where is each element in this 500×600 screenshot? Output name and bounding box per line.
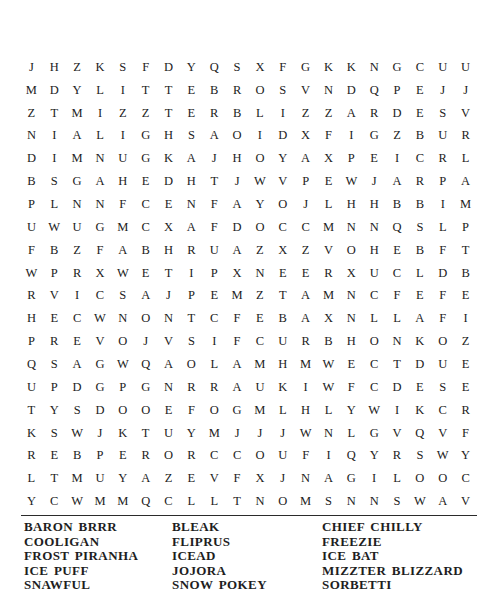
grid-cell-r1c15: K (340, 56, 363, 79)
grid-cell-r6c7: D (157, 170, 180, 193)
grid-cell-r9c1: F (20, 239, 43, 262)
grid-cell-r6c12: V (271, 170, 294, 193)
grid-cell-r8c12: C (271, 216, 294, 239)
grid-cell-r8c5: M (111, 216, 134, 239)
grid-cell-r9c11: Z (249, 239, 272, 262)
grid-cell-r20c8: L (180, 490, 203, 513)
grid-cell-r7c19: I (431, 193, 454, 216)
grid-cell-r17c14: N (317, 422, 340, 445)
grid-cell-r6c10: J (226, 170, 249, 193)
grid-cell-r9c20: T (454, 239, 477, 262)
grid-cell-r17c17: V (386, 422, 409, 445)
grid-cell-r16c17: I (386, 399, 409, 422)
grid-cell-r18c5: E (111, 444, 134, 467)
grid-cell-r2c20: J (454, 79, 477, 102)
letter-grid: JHZKSFDYQSXFGKKNGCUUMDYLITTEBROSVNDQPEJJ… (20, 56, 477, 513)
grid-cell-r13c9: I (203, 330, 226, 353)
grid-cell-r14c14: W (317, 353, 340, 376)
grid-cell-r7c15: H (340, 193, 363, 216)
grid-cell-r15c6: G (134, 376, 157, 399)
grid-cell-r14c17: T (386, 353, 409, 376)
grid-cell-r5c10: H (226, 147, 249, 170)
grid-cell-r2c14: N (317, 79, 340, 102)
grid-cell-r16c6: O (134, 399, 157, 422)
grid-cell-r1c18: C (408, 56, 431, 79)
grid-cell-r13c15: H (340, 330, 363, 353)
grid-cell-r15c5: P (111, 376, 134, 399)
grid-cell-r15c19: S (431, 376, 454, 399)
grid-cell-r8c9: F (203, 216, 226, 239)
grid-cell-r5c2: I (43, 147, 66, 170)
grid-cell-r7c6: C (134, 193, 157, 216)
grid-cell-r11c3: I (66, 285, 89, 308)
grid-cell-r9c18: B (408, 239, 431, 262)
grid-cell-r18c8: R (180, 444, 203, 467)
grid-cell-r2c11: O (249, 79, 272, 102)
grid-cell-r18c4: P (89, 444, 112, 467)
grid-cell-r4c16: G (363, 125, 386, 148)
grid-cell-r13c20: Z (454, 330, 477, 353)
grid-cell-r9c12: X (271, 239, 294, 262)
grid-cell-r11c10: M (226, 285, 249, 308)
grid-cell-r11c4: C (89, 285, 112, 308)
grid-cell-r12c16: L (363, 307, 386, 330)
grid-cell-r1c13: G (294, 56, 317, 79)
grid-cell-r8c1: U (20, 216, 43, 239)
grid-cell-r5c17: I (386, 147, 409, 170)
grid-cell-r12c14: X (317, 307, 340, 330)
word-list-column-3: CHIEF CHILLYFREEZIEICE BATMIZZTER BLIZZA… (322, 520, 463, 593)
grid-cell-r18c19: W (431, 444, 454, 467)
grid-cell-r8c3: U (66, 216, 89, 239)
grid-cell-r6c17: A (386, 170, 409, 193)
grid-cell-r15c18: E (408, 376, 431, 399)
grid-cell-r9c7: H (157, 239, 180, 262)
grid-cell-r13c17: N (386, 330, 409, 353)
grid-cell-r11c12: T (271, 285, 294, 308)
word-list-item: ICEAD (172, 549, 267, 564)
grid-cell-r12c2: E (43, 307, 66, 330)
grid-cell-r20c16: N (363, 490, 386, 513)
grid-cell-r19c3: M (66, 467, 89, 490)
grid-cell-r10c12: E (271, 262, 294, 285)
grid-cell-r5c7: K (157, 147, 180, 170)
grid-cell-r16c11: M (249, 399, 272, 422)
grid-cell-r4c13: X (294, 125, 317, 148)
grid-cell-r17c13: W (294, 422, 317, 445)
grid-cell-r3c5: Z (111, 102, 134, 125)
grid-cell-r3c15: A (340, 102, 363, 125)
grid-cell-r10c6: E (134, 262, 157, 285)
grid-cell-r3c3: M (66, 102, 89, 125)
grid-cell-r3c18: E (408, 102, 431, 125)
grid-cell-r10c18: L (408, 262, 431, 285)
grid-cell-r17c11: J (249, 422, 272, 445)
grid-cell-r3c8: E (180, 102, 203, 125)
grid-cell-r8c8: A (180, 216, 203, 239)
grid-cell-r2c2: D (43, 79, 66, 102)
grid-cell-r3c7: T (157, 102, 180, 125)
grid-cell-r1c3: Z (66, 56, 89, 79)
grid-cell-r4c10: O (226, 125, 249, 148)
grid-cell-r11c7: J (157, 285, 180, 308)
grid-cell-r2c3: Y (66, 79, 89, 102)
grid-cell-r18c15: Q (340, 444, 363, 467)
grid-cell-r9c5: A (111, 239, 134, 262)
grid-cell-r8c17: Q (386, 216, 409, 239)
grid-cell-r20c4: M (89, 490, 112, 513)
grid-cell-r18c20: Y (454, 444, 477, 467)
grid-cell-r9c10: A (226, 239, 249, 262)
grid-cell-r20c7: C (157, 490, 180, 513)
grid-cell-r14c8: O (180, 353, 203, 376)
grid-cell-r20c19: A (431, 490, 454, 513)
grid-cell-r11c11: Z (249, 285, 272, 308)
grid-cell-r18c9: C (203, 444, 226, 467)
grid-cell-r19c16: I (363, 467, 386, 490)
grid-cell-r20c11: N (249, 490, 272, 513)
grid-cell-r7c17: B (386, 193, 409, 216)
grid-cell-r16c20: R (454, 399, 477, 422)
grid-cell-r5c19: R (431, 147, 454, 170)
grid-cell-r17c10: J (226, 422, 249, 445)
grid-cell-r7c13: J (294, 193, 317, 216)
grid-cell-r12c6: O (134, 307, 157, 330)
grid-cell-r13c6: J (134, 330, 157, 353)
grid-cell-r19c4: U (89, 467, 112, 490)
grid-cell-r12c1: H (20, 307, 43, 330)
grid-cell-r18c1: R (20, 444, 43, 467)
grid-cell-r2c15: D (340, 79, 363, 102)
grid-cell-r17c8: Y (180, 422, 203, 445)
grid-cell-r18c16: Y (363, 444, 386, 467)
grid-cell-r10c20: B (454, 262, 477, 285)
grid-cell-r6c19: P (431, 170, 454, 193)
grid-cell-r19c7: Z (157, 467, 180, 490)
grid-cell-r6c2: S (43, 170, 66, 193)
grid-cell-r16c16: W (363, 399, 386, 422)
grid-cell-r7c11: Y (249, 193, 272, 216)
grid-cell-r20c18: W (408, 490, 431, 513)
grid-cell-r11c1: R (20, 285, 43, 308)
grid-cell-r5c8: A (180, 147, 203, 170)
grid-cell-r14c13: M (294, 353, 317, 376)
grid-cell-r1c7: D (157, 56, 180, 79)
grid-cell-r2c12: S (271, 79, 294, 102)
grid-cell-r6c18: R (408, 170, 431, 193)
grid-cell-r8c7: X (157, 216, 180, 239)
grid-cell-r3c13: Z (294, 102, 317, 125)
grid-cell-r20c6: Q (134, 490, 157, 513)
grid-cell-r10c17: C (386, 262, 409, 285)
grid-cell-r1c16: N (363, 56, 386, 79)
grid-cell-r9c3: Z (66, 239, 89, 262)
grid-cell-r15c8: R (180, 376, 203, 399)
grid-cell-r2c13: V (294, 79, 317, 102)
grid-cell-r3c17: D (386, 102, 409, 125)
word-list-item: JOJORA (172, 564, 267, 579)
grid-cell-r3c12: I (271, 102, 294, 125)
grid-cell-r18c2: E (43, 444, 66, 467)
grid-cell-r8c16: N (363, 216, 386, 239)
grid-cell-r3c11: L (249, 102, 272, 125)
grid-cell-r7c1: P (20, 193, 43, 216)
grid-cell-r11c5: S (111, 285, 134, 308)
grid-cell-r5c13: A (294, 147, 317, 170)
grid-cell-r14c10: A (226, 353, 249, 376)
grid-cell-r2c8: E (180, 79, 203, 102)
grid-cell-r15c20: E (454, 376, 477, 399)
grid-cell-r10c19: D (431, 262, 454, 285)
grid-cell-r19c8: E (180, 467, 203, 490)
grid-cell-r15c1: U (20, 376, 43, 399)
word-list-item: BLEAK (172, 520, 267, 535)
grid-cell-r14c19: U (431, 353, 454, 376)
grid-cell-r5c20: L (454, 147, 477, 170)
grid-cell-r8c14: M (317, 216, 340, 239)
grid-cell-r12c9: C (203, 307, 226, 330)
grid-cell-r14c1: Q (20, 353, 43, 376)
grid-cell-r4c6: G (134, 125, 157, 148)
grid-cell-r9c13: Z (294, 239, 317, 262)
grid-cell-r19c12: J (271, 467, 294, 490)
grid-cell-r9c17: E (386, 239, 409, 262)
grid-cell-r8c18: S (408, 216, 431, 239)
grid-cell-r10c11: N (249, 262, 272, 285)
grid-cell-r18c7: O (157, 444, 180, 467)
grid-cell-r2c5: I (111, 79, 134, 102)
grid-cell-r20c1: Y (20, 490, 43, 513)
grid-cell-r19c11: X (249, 467, 272, 490)
word-list-item: ICE BAT (322, 549, 463, 564)
grid-cell-r16c19: C (431, 399, 454, 422)
grid-cell-r18c13: F (294, 444, 317, 467)
grid-cell-r11c20: E (454, 285, 477, 308)
grid-cell-r17c6: T (134, 422, 157, 445)
grid-cell-r13c5: O (111, 330, 134, 353)
grid-cell-r8c20: P (454, 216, 477, 239)
grid-cell-r5c11: O (249, 147, 272, 170)
grid-cell-r5c12: Y (271, 147, 294, 170)
grid-cell-r4c17: Z (386, 125, 409, 148)
grid-cell-r14c16: C (363, 353, 386, 376)
grid-cell-r14c7: A (157, 353, 180, 376)
grid-cell-r14c12: H (271, 353, 294, 376)
grid-cell-r17c12: J (271, 422, 294, 445)
grid-cell-r4c15: I (340, 125, 363, 148)
grid-cell-r4c9: A (203, 125, 226, 148)
grid-cell-r6c16: J (363, 170, 386, 193)
grid-cell-r6c3: G (66, 170, 89, 193)
grid-cell-r1c2: H (43, 56, 66, 79)
grid-cell-r3c19: S (431, 102, 454, 125)
grid-cell-r12c7: N (157, 307, 180, 330)
grid-cell-r3c4: I (89, 102, 112, 125)
grid-cell-r15c7: N (157, 376, 180, 399)
grid-cell-r9c16: H (363, 239, 386, 262)
grid-cell-r12c5: N (111, 307, 134, 330)
grid-cell-r17c15: L (340, 422, 363, 445)
grid-cell-r1c4: K (89, 56, 112, 79)
word-list-item: CHIEF CHILLY (322, 520, 463, 535)
grid-cell-r3c6: Z (134, 102, 157, 125)
grid-cell-r18c6: R (134, 444, 157, 467)
grid-cell-r18c12: U (271, 444, 294, 467)
grid-cell-r14c20: E (454, 353, 477, 376)
grid-cell-r14c2: S (43, 353, 66, 376)
grid-cell-r5c1: D (20, 147, 43, 170)
grid-cell-r10c9: P (203, 262, 226, 285)
grid-cell-r5c16: E (363, 147, 386, 170)
grid-cell-r13c11: C (249, 330, 272, 353)
grid-cell-r20c3: W (66, 490, 89, 513)
grid-cell-r16c4: D (89, 399, 112, 422)
grid-cell-r7c7: E (157, 193, 180, 216)
grid-cell-r11c19: F (431, 285, 454, 308)
grid-cell-r4c3: A (66, 125, 89, 148)
grid-cell-r17c3: W (66, 422, 89, 445)
grid-cell-r14c6: Q (134, 353, 157, 376)
grid-cell-r1c6: F (134, 56, 157, 79)
grid-cell-r15c12: K (271, 376, 294, 399)
grid-cell-r16c7: E (157, 399, 180, 422)
grid-cell-r17c2: S (43, 422, 66, 445)
grid-cell-r15c16: C (363, 376, 386, 399)
grid-cell-r6c20: A (454, 170, 477, 193)
grid-cell-r9c6: B (134, 239, 157, 262)
grid-cell-r19c15: G (340, 467, 363, 490)
grid-cell-r7c10: A (226, 193, 249, 216)
grid-cell-r15c10: A (226, 376, 249, 399)
word-list-item: FREEZIE (322, 535, 463, 550)
grid-cell-r12c4: W (89, 307, 112, 330)
grid-cell-r13c14: B (317, 330, 340, 353)
grid-cell-r3c10: B (226, 102, 249, 125)
grid-cell-r13c2: R (43, 330, 66, 353)
grid-cell-r14c15: E (340, 353, 363, 376)
grid-cell-r10c1: W (20, 262, 43, 285)
grid-cell-r15c3: D (66, 376, 89, 399)
grid-cell-r1c19: U (431, 56, 454, 79)
grid-cell-r2c18: E (408, 79, 431, 102)
grid-cell-r19c1: L (20, 467, 43, 490)
grid-cell-r2c9: B (203, 79, 226, 102)
grid-cell-r2c1: M (20, 79, 43, 102)
grid-cell-r13c3: E (66, 330, 89, 353)
word-list-column-2: BLEAKFLIPRUSICEADJOJORASNOW POKEY (172, 520, 267, 593)
grid-cell-r7c2: L (43, 193, 66, 216)
grid-cell-r1c12: F (271, 56, 294, 79)
grid-cell-r12c15: N (340, 307, 363, 330)
word-list-item: COOLIGAN (24, 535, 138, 550)
grid-cell-r16c9: O (203, 399, 226, 422)
word-list-item: FLIPRUS (172, 535, 267, 550)
grid-cell-r13c10: F (226, 330, 249, 353)
grid-cell-r12c10: F (226, 307, 249, 330)
grid-cell-r17c7: U (157, 422, 180, 445)
word-list-item: SNOW POKEY (172, 578, 267, 593)
grid-cell-r4c2: I (43, 125, 66, 148)
grid-cell-r9c8: R (180, 239, 203, 262)
grid-cell-r16c10: G (226, 399, 249, 422)
grid-cell-r19c14: A (317, 467, 340, 490)
grid-cell-r8c4: G (89, 216, 112, 239)
grid-cell-r17c19: V (431, 422, 454, 445)
grid-cell-r17c16: G (363, 422, 386, 445)
grid-cell-r1c10: S (226, 56, 249, 79)
grid-cell-r19c9: V (203, 467, 226, 490)
grid-cell-r7c4: N (89, 193, 112, 216)
grid-cell-r11c6: A (134, 285, 157, 308)
grid-cell-r13c19: O (431, 330, 454, 353)
grid-cell-r13c7: V (157, 330, 180, 353)
grid-cell-r15c11: U (249, 376, 272, 399)
grid-cell-r7c9: F (203, 193, 226, 216)
grid-cell-r10c5: W (111, 262, 134, 285)
grid-cell-r19c2: T (43, 467, 66, 490)
grid-cell-r20c13: M (294, 490, 317, 513)
grid-cell-r18c17: R (386, 444, 409, 467)
grid-cell-r12c8: T (180, 307, 203, 330)
grid-cell-r7c18: B (408, 193, 431, 216)
grid-cell-r11c16: C (363, 285, 386, 308)
grid-cell-r3c9: R (203, 102, 226, 125)
grid-cell-r12c18: A (408, 307, 431, 330)
grid-cell-r19c5: Y (111, 467, 134, 490)
grid-cell-r5c3: M (66, 147, 89, 170)
grid-cell-r1c8: Y (180, 56, 203, 79)
grid-cell-r11c14: M (317, 285, 340, 308)
grid-cell-r13c18: K (408, 330, 431, 353)
word-list-item: ICE PUFF (24, 564, 138, 579)
grid-cell-r2c19: J (431, 79, 454, 102)
grid-cell-r18c11: O (249, 444, 272, 467)
grid-cell-r2c17: P (386, 79, 409, 102)
grid-cell-r3c1: Z (20, 102, 43, 125)
grid-cell-r14c9: L (203, 353, 226, 376)
grid-cell-r4c1: N (20, 125, 43, 148)
grid-cell-r17c9: M (203, 422, 226, 445)
grid-cell-r4c19: U (431, 125, 454, 148)
grid-cell-r1c20: U (454, 56, 477, 79)
grid-cell-r7c5: F (111, 193, 134, 216)
grid-cell-r7c16: H (363, 193, 386, 216)
grid-cell-r18c18: S (408, 444, 431, 467)
grid-cell-r8c11: O (249, 216, 272, 239)
grid-cell-r7c12: O (271, 193, 294, 216)
grid-cell-r3c16: R (363, 102, 386, 125)
grid-cell-r9c9: U (203, 239, 226, 262)
grid-cell-r15c4: G (89, 376, 112, 399)
grid-cell-r18c10: C (226, 444, 249, 467)
grid-cell-r2c6: T (134, 79, 157, 102)
grid-cell-r10c3: R (66, 262, 89, 285)
grid-cell-r11c2: V (43, 285, 66, 308)
grid-cell-r15c9: R (203, 376, 226, 399)
grid-cell-r19c6: A (134, 467, 157, 490)
grid-cell-r10c15: X (340, 262, 363, 285)
grid-cell-r20c5: M (111, 490, 134, 513)
grid-cell-r14c11: M (249, 353, 272, 376)
grid-cell-r11c17: F (386, 285, 409, 308)
grid-cell-r5c18: C (408, 147, 431, 170)
grid-cell-r19c17: L (386, 467, 409, 490)
grid-cell-r4c7: H (157, 125, 180, 148)
grid-cell-r20c14: S (317, 490, 340, 513)
grid-cell-r13c4: V (89, 330, 112, 353)
grid-cell-r14c5: W (111, 353, 134, 376)
grid-cell-r17c5: K (111, 422, 134, 445)
